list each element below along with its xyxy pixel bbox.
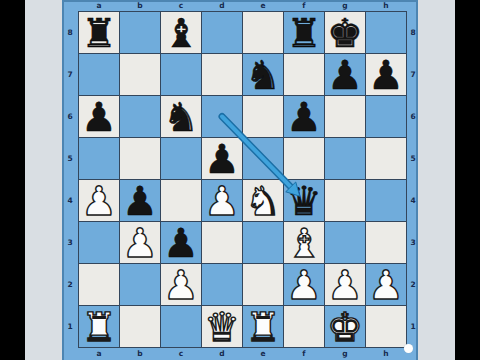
square-d4[interactable]: ♟ [202, 180, 242, 221]
square-a1[interactable]: ♜ [79, 306, 119, 347]
square-g3[interactable] [325, 222, 365, 263]
square-a7[interactable] [79, 54, 119, 95]
square-g2[interactable]: ♟ [325, 264, 365, 305]
square-h1[interactable] [366, 306, 406, 347]
square-c6[interactable]: ♞ [161, 96, 201, 137]
square-h7[interactable]: ♟ [366, 54, 406, 95]
square-d7[interactable] [202, 54, 242, 95]
square-c5[interactable] [161, 138, 201, 179]
black-rook[interactable]: ♜ [81, 13, 117, 53]
white-knight[interactable]: ♞ [245, 181, 281, 221]
white-king[interactable]: ♚ [327, 307, 363, 347]
square-b8[interactable] [120, 12, 160, 53]
square-h2[interactable]: ♟ [366, 264, 406, 305]
square-a2[interactable] [79, 264, 119, 305]
square-a3[interactable] [79, 222, 119, 263]
square-c1[interactable] [161, 306, 201, 347]
square-g5[interactable] [325, 138, 365, 179]
square-e3[interactable] [243, 222, 283, 263]
square-e8[interactable] [243, 12, 283, 53]
white-pawn[interactable]: ♟ [286, 265, 322, 305]
right-panel [418, 0, 455, 360]
square-g8[interactable]: ♚ [325, 12, 365, 53]
square-h6[interactable] [366, 96, 406, 137]
square-a5[interactable] [79, 138, 119, 179]
white-queen[interactable]: ♛ [204, 307, 240, 347]
black-knight[interactable]: ♞ [163, 97, 199, 137]
corner-dot [404, 344, 413, 353]
black-pawn[interactable]: ♟ [122, 181, 158, 221]
square-a4[interactable]: ♟ [79, 180, 119, 221]
square-f1[interactable] [284, 306, 324, 347]
square-a8[interactable]: ♜ [79, 12, 119, 53]
black-king[interactable]: ♚ [327, 13, 363, 53]
black-knight[interactable]: ♞ [245, 55, 281, 95]
white-pawn[interactable]: ♟ [327, 265, 363, 305]
square-b7[interactable] [120, 54, 160, 95]
square-g4[interactable] [325, 180, 365, 221]
square-d2[interactable] [202, 264, 242, 305]
square-b2[interactable] [120, 264, 160, 305]
square-f2[interactable]: ♟ [284, 264, 324, 305]
black-pawn[interactable]: ♟ [204, 139, 240, 179]
square-a6[interactable]: ♟ [79, 96, 119, 137]
square-e7[interactable]: ♞ [243, 54, 283, 95]
square-b3[interactable]: ♟ [120, 222, 160, 263]
black-pawn[interactable]: ♟ [327, 55, 363, 95]
square-b4[interactable]: ♟ [120, 180, 160, 221]
square-h5[interactable] [366, 138, 406, 179]
square-f3[interactable]: ♝ [284, 222, 324, 263]
chess-board[interactable]: ♜♝♜♚♞♟♟♟♞♟♟♟♟♟♞♛♟♟♝♟♟♟♟♜♛♜♚ [78, 11, 407, 348]
white-pawn[interactable]: ♟ [204, 181, 240, 221]
black-queen[interactable]: ♛ [286, 181, 322, 221]
square-d1[interactable]: ♛ [202, 306, 242, 347]
square-f7[interactable] [284, 54, 324, 95]
square-c2[interactable]: ♟ [161, 264, 201, 305]
white-pawn[interactable]: ♟ [163, 265, 199, 305]
square-g7[interactable]: ♟ [325, 54, 365, 95]
square-c4[interactable] [161, 180, 201, 221]
white-bishop[interactable]: ♝ [286, 223, 322, 263]
white-pawn[interactable]: ♟ [368, 265, 404, 305]
black-pawn[interactable]: ♟ [163, 223, 199, 263]
white-pawn[interactable]: ♟ [81, 181, 117, 221]
black-pawn[interactable]: ♟ [286, 97, 322, 137]
square-e2[interactable] [243, 264, 283, 305]
square-h4[interactable] [366, 180, 406, 221]
square-b5[interactable] [120, 138, 160, 179]
white-rook[interactable]: ♜ [81, 307, 117, 347]
square-g6[interactable] [325, 96, 365, 137]
square-e6[interactable] [243, 96, 283, 137]
square-d6[interactable] [202, 96, 242, 137]
square-e5[interactable] [243, 138, 283, 179]
square-c3[interactable]: ♟ [161, 222, 201, 263]
square-b6[interactable] [120, 96, 160, 137]
square-e4[interactable]: ♞ [243, 180, 283, 221]
square-d8[interactable] [202, 12, 242, 53]
square-b1[interactable] [120, 306, 160, 347]
square-f6[interactable]: ♟ [284, 96, 324, 137]
square-e1[interactable]: ♜ [243, 306, 283, 347]
black-pawn[interactable]: ♟ [368, 55, 404, 95]
square-h8[interactable] [366, 12, 406, 53]
square-d3[interactable] [202, 222, 242, 263]
app-window: ♜♝♜♚♞♟♟♟♞♟♟♟♟♟♞♛♟♟♝♟♟♟♟♜♛♜♚ aabbccddeeff… [0, 0, 480, 360]
square-f8[interactable]: ♜ [284, 12, 324, 53]
black-rook[interactable]: ♜ [286, 13, 322, 53]
black-bishop[interactable]: ♝ [163, 13, 199, 53]
square-c7[interactable] [161, 54, 201, 95]
square-h3[interactable] [366, 222, 406, 263]
square-f4[interactable]: ♛ [284, 180, 324, 221]
square-c8[interactable]: ♝ [161, 12, 201, 53]
white-pawn[interactable]: ♟ [122, 223, 158, 263]
square-f5[interactable] [284, 138, 324, 179]
square-d5[interactable]: ♟ [202, 138, 242, 179]
left-panel [25, 0, 62, 360]
white-rook[interactable]: ♜ [245, 307, 281, 347]
square-g1[interactable]: ♚ [325, 306, 365, 347]
black-pawn[interactable]: ♟ [81, 97, 117, 137]
